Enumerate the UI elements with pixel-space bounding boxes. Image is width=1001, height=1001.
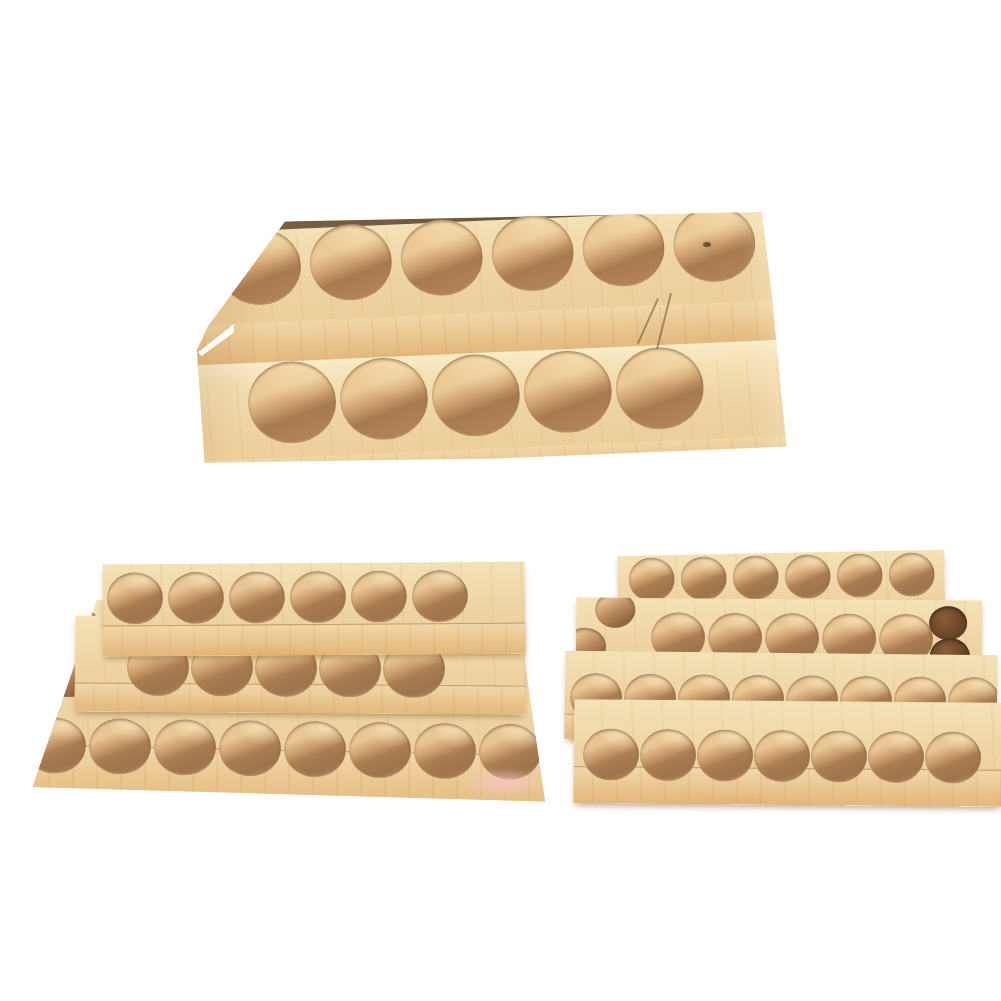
bottle-hole bbox=[754, 730, 810, 782]
rack-bl-top-row-holes bbox=[107, 570, 468, 625]
wood-knot-speck bbox=[703, 242, 711, 247]
rack-top-left-end-shading bbox=[195, 218, 305, 464]
corner-hole-dark bbox=[929, 606, 967, 640]
product-photo: Three natural pine wooden essential-oil … bbox=[0, 0, 1001, 1001]
bottle-hole bbox=[732, 555, 779, 600]
bottle-hole bbox=[154, 719, 217, 776]
bottle-hole bbox=[640, 729, 696, 781]
bottle-hole bbox=[836, 553, 883, 598]
bottle-hole bbox=[680, 556, 727, 601]
bottle-hole bbox=[522, 349, 613, 434]
bottle-hole bbox=[107, 572, 163, 624]
bottle-hole bbox=[784, 554, 831, 599]
bottle-hole bbox=[308, 222, 394, 302]
corner-hole bbox=[595, 598, 635, 628]
bottle-hole bbox=[628, 557, 675, 602]
bottle-hole bbox=[811, 730, 867, 782]
rack-bottom-left-three-tier bbox=[25, 555, 550, 810]
bottle-hole bbox=[412, 570, 468, 622]
bottle-hole bbox=[490, 213, 576, 293]
bottle-hole bbox=[338, 356, 429, 441]
rack-top-right-end-shading bbox=[735, 200, 795, 468]
rack-bottom-right-four-tier bbox=[560, 543, 1000, 805]
bottle-hole bbox=[284, 721, 347, 778]
rack-bl-top-front-face bbox=[103, 622, 526, 656]
bottle-hole bbox=[697, 729, 753, 781]
rack-top-row2-holes bbox=[246, 346, 705, 445]
bottle-hole bbox=[351, 570, 407, 622]
bottle-hole bbox=[581, 208, 667, 288]
rack-bl-top-board bbox=[103, 562, 526, 657]
bottle-hole bbox=[349, 722, 412, 779]
bottle-hole bbox=[583, 728, 639, 780]
bottle-hole bbox=[219, 720, 282, 777]
rack-br-tier4-holes bbox=[583, 728, 981, 783]
bottle-hole bbox=[430, 353, 521, 438]
bottle-hole bbox=[399, 218, 485, 298]
bottle-hole bbox=[868, 731, 924, 783]
bottle-hole bbox=[888, 552, 935, 597]
pink-tape-smudge bbox=[450, 768, 545, 798]
bottle-hole bbox=[614, 346, 705, 431]
bottle-hole bbox=[168, 572, 224, 624]
bottle-hole bbox=[290, 571, 346, 623]
bottle-hole bbox=[925, 731, 981, 783]
rack-br-tier1-holes bbox=[628, 552, 935, 602]
bottle-hole bbox=[30, 717, 86, 774]
rack-br-tier4-board bbox=[574, 699, 1001, 807]
bottle-hole bbox=[89, 718, 152, 775]
bottle-hole bbox=[229, 571, 285, 623]
rack-top-two-tier bbox=[195, 200, 795, 468]
